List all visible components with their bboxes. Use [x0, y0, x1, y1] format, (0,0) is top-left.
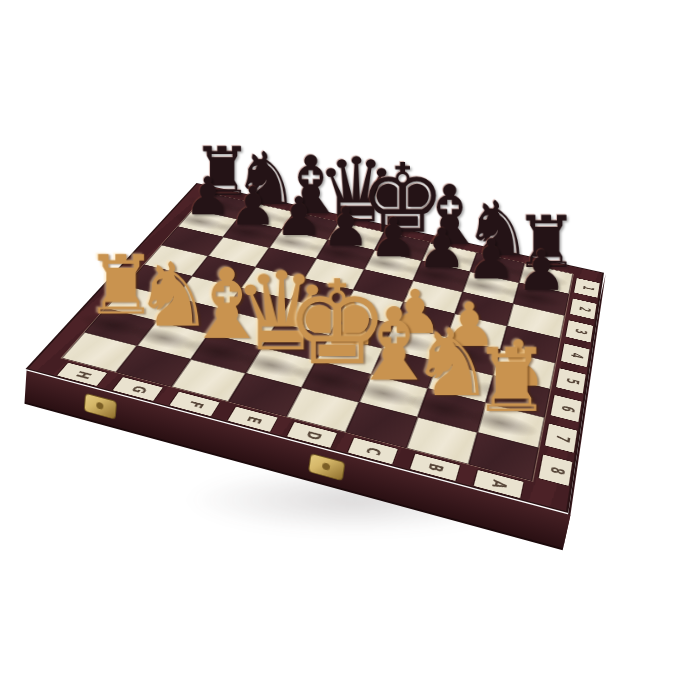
chess-piece-dark-pawn: ♟ [229, 180, 276, 233]
chess-piece-light-rook: ♜ [472, 337, 551, 425]
chess-board: HGFEDCBA12345678♜♞♝♛♚♝♞♜♟♟♟♟♟♟♟♟♜♞♝♛♚♝♞♜… [25, 183, 604, 513]
chess-piece-dark-pawn: ♟ [417, 221, 466, 276]
scene: HGFEDCBA12345678♜♞♝♛♚♝♞♜♟♟♟♟♟♟♟♟♜♞♝♛♚♝♞♜… [0, 0, 700, 700]
chess-piece-dark-pawn: ♟ [184, 170, 231, 222]
brass-clasp [84, 393, 117, 420]
rank-label-2: 2 [569, 298, 598, 320]
chess-piece-dark-pawn: ♟ [275, 190, 323, 243]
chess-piece-dark-pawn: ♟ [322, 200, 370, 254]
scene-rotation-wrapper: HGFEDCBA12345678♜♞♝♛♚♝♞♜♟♟♟♟♟♟♟♟♜♞♝♛♚♝♞♜… [0, 0, 700, 700]
chess-piece-dark-pawn: ♟ [466, 232, 516, 287]
rank-label-6: 6 [550, 394, 583, 423]
chess-piece-dark-pawn: ♟ [516, 243, 566, 299]
rank-label-3: 3 [565, 320, 595, 344]
rank-label-8: 8 [537, 454, 573, 487]
rank-label-5: 5 [555, 368, 587, 395]
rank-label-4: 4 [560, 343, 591, 368]
product-photo-chess-set: HGFEDCBA12345678♜♞♝♛♚♝♞♜♟♟♟♟♟♟♟♟♜♞♝♛♚♝♞♜… [0, 0, 700, 700]
brass-clasp [308, 453, 346, 481]
